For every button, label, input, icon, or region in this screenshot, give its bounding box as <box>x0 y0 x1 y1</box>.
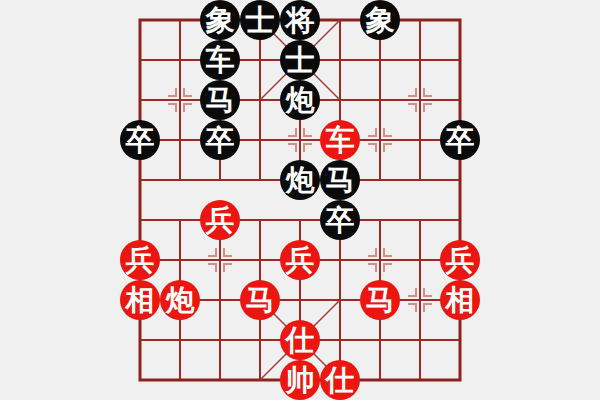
piece-red-soldier[interactable]: 兵 <box>440 240 480 280</box>
piece-black-soldier[interactable]: 卒 <box>200 120 240 160</box>
piece-red-general[interactable]: 帅 <box>280 360 320 400</box>
piece-black-advisor[interactable]: 士 <box>280 40 320 80</box>
xiangqi-app: 象士将象车士马炮卒卒车卒炮马兵卒兵兵兵相炮马马相仕帅仕 <box>0 0 600 400</box>
piece-black-elephant[interactable]: 象 <box>200 0 240 40</box>
piece-red-soldier[interactable]: 兵 <box>280 240 320 280</box>
piece-red-horse[interactable]: 马 <box>360 280 400 320</box>
piece-red-soldier[interactable]: 兵 <box>120 240 160 280</box>
piece-red-elephant[interactable]: 相 <box>440 280 480 320</box>
piece-red-elephant[interactable]: 相 <box>120 280 160 320</box>
piece-red-advisor[interactable]: 仕 <box>280 320 320 360</box>
piece-black-horse[interactable]: 马 <box>200 80 240 120</box>
piece-red-chariot[interactable]: 车 <box>320 120 360 160</box>
piece-black-chariot[interactable]: 车 <box>200 40 240 80</box>
piece-black-cannon[interactable]: 炮 <box>280 160 320 200</box>
piece-black-soldier[interactable]: 卒 <box>320 200 360 240</box>
piece-black-general[interactable]: 将 <box>280 0 320 40</box>
piece-black-advisor[interactable]: 士 <box>240 0 280 40</box>
piece-red-horse[interactable]: 马 <box>240 280 280 320</box>
piece-red-cannon[interactable]: 炮 <box>160 280 200 320</box>
piece-layer: 象士将象车士马炮卒卒车卒炮马兵卒兵兵兵相炮马马相仕帅仕 <box>0 0 600 400</box>
piece-black-elephant[interactable]: 象 <box>360 0 400 40</box>
piece-red-soldier[interactable]: 兵 <box>200 200 240 240</box>
piece-red-advisor[interactable]: 仕 <box>320 360 360 400</box>
piece-black-horse[interactable]: 马 <box>320 160 360 200</box>
piece-black-soldier[interactable]: 卒 <box>120 120 160 160</box>
piece-black-soldier[interactable]: 卒 <box>440 120 480 160</box>
piece-black-cannon[interactable]: 炮 <box>280 80 320 120</box>
